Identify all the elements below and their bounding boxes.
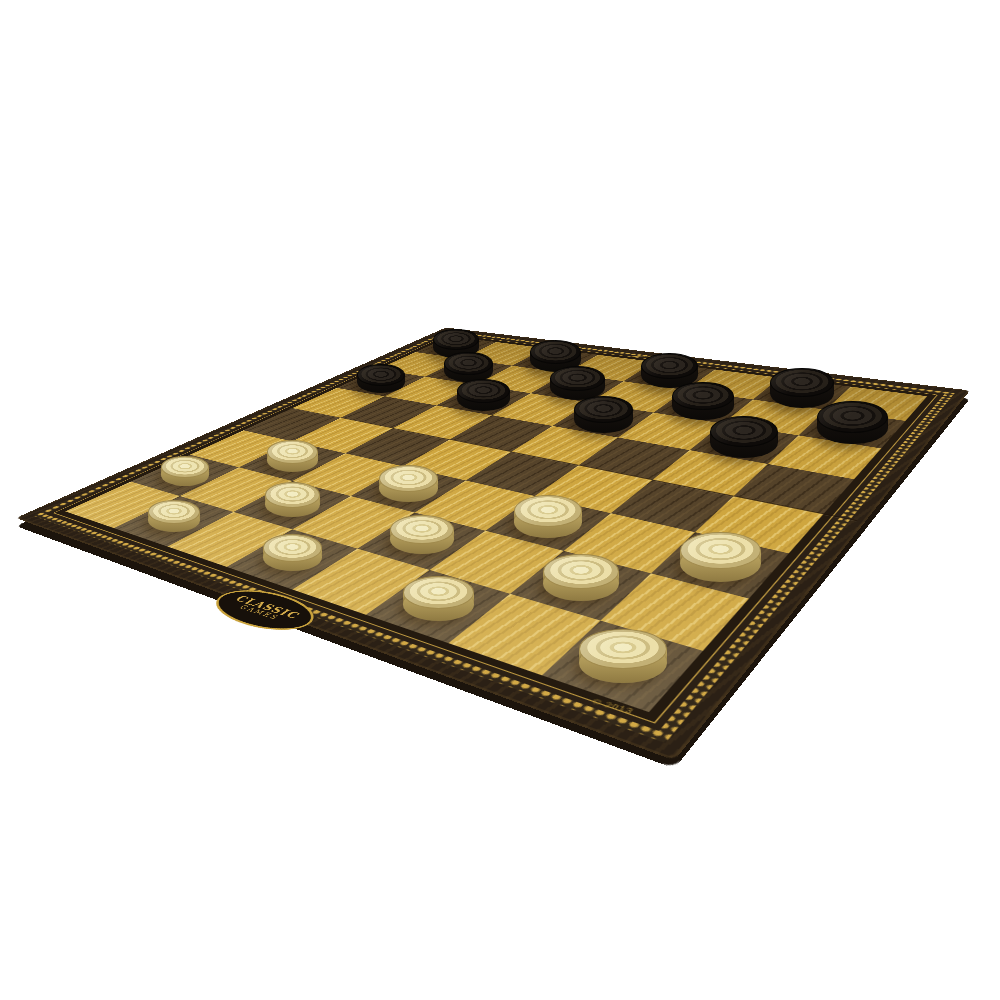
checker-black-c6[interactable] — [457, 379, 510, 412]
checker-black-h7[interactable] — [817, 401, 888, 445]
piece-top-face — [161, 456, 209, 478]
checker-cream-h3[interactable] — [680, 532, 761, 582]
piece-top-face — [444, 352, 493, 375]
checker-black-a6[interactable] — [357, 364, 404, 393]
checker-cream-h1[interactable] — [579, 629, 666, 683]
piece-top-face — [357, 364, 404, 386]
piece-top-face — [680, 532, 761, 569]
piece-top-face — [530, 340, 581, 364]
piece-top-face — [574, 396, 633, 423]
checker-cream-d3[interactable] — [379, 465, 437, 501]
piece-top-face — [641, 353, 698, 379]
piece-top-face — [403, 576, 474, 609]
checker-cream-b1[interactable] — [148, 500, 200, 532]
piece-top-face — [514, 495, 582, 526]
checker-black-g6[interactable] — [710, 416, 778, 458]
piece-top-face — [267, 440, 318, 464]
checker-black-d7[interactable] — [550, 366, 605, 400]
piece-top-face — [265, 482, 320, 507]
piece-top-face — [390, 515, 454, 544]
checker-cream-g2[interactable] — [543, 554, 619, 601]
piece-top-face — [579, 629, 666, 669]
checker-cream-d1[interactable] — [263, 534, 323, 571]
checker-cream-b3[interactable] — [267, 440, 318, 472]
piece-top-face — [263, 534, 323, 562]
checker-cream-f1[interactable] — [403, 576, 474, 620]
piece-top-face — [543, 554, 619, 589]
checker-cream-c2[interactable] — [265, 482, 320, 516]
piece-top-face — [457, 379, 510, 403]
checker-cream-f3[interactable] — [514, 495, 582, 537]
product-photo-scene: CLASSIC GAMES © 2013 — [0, 0, 1000, 1000]
checker-cream-a2[interactable] — [161, 456, 209, 486]
checker-cream-e2[interactable] — [390, 515, 454, 555]
piece-top-face — [817, 401, 888, 434]
checker-black-e6[interactable] — [574, 396, 633, 433]
checker-black-f7[interactable] — [672, 382, 734, 420]
piece-top-face — [379, 465, 437, 492]
piece-top-face — [550, 366, 605, 391]
piece-top-face — [148, 500, 200, 524]
